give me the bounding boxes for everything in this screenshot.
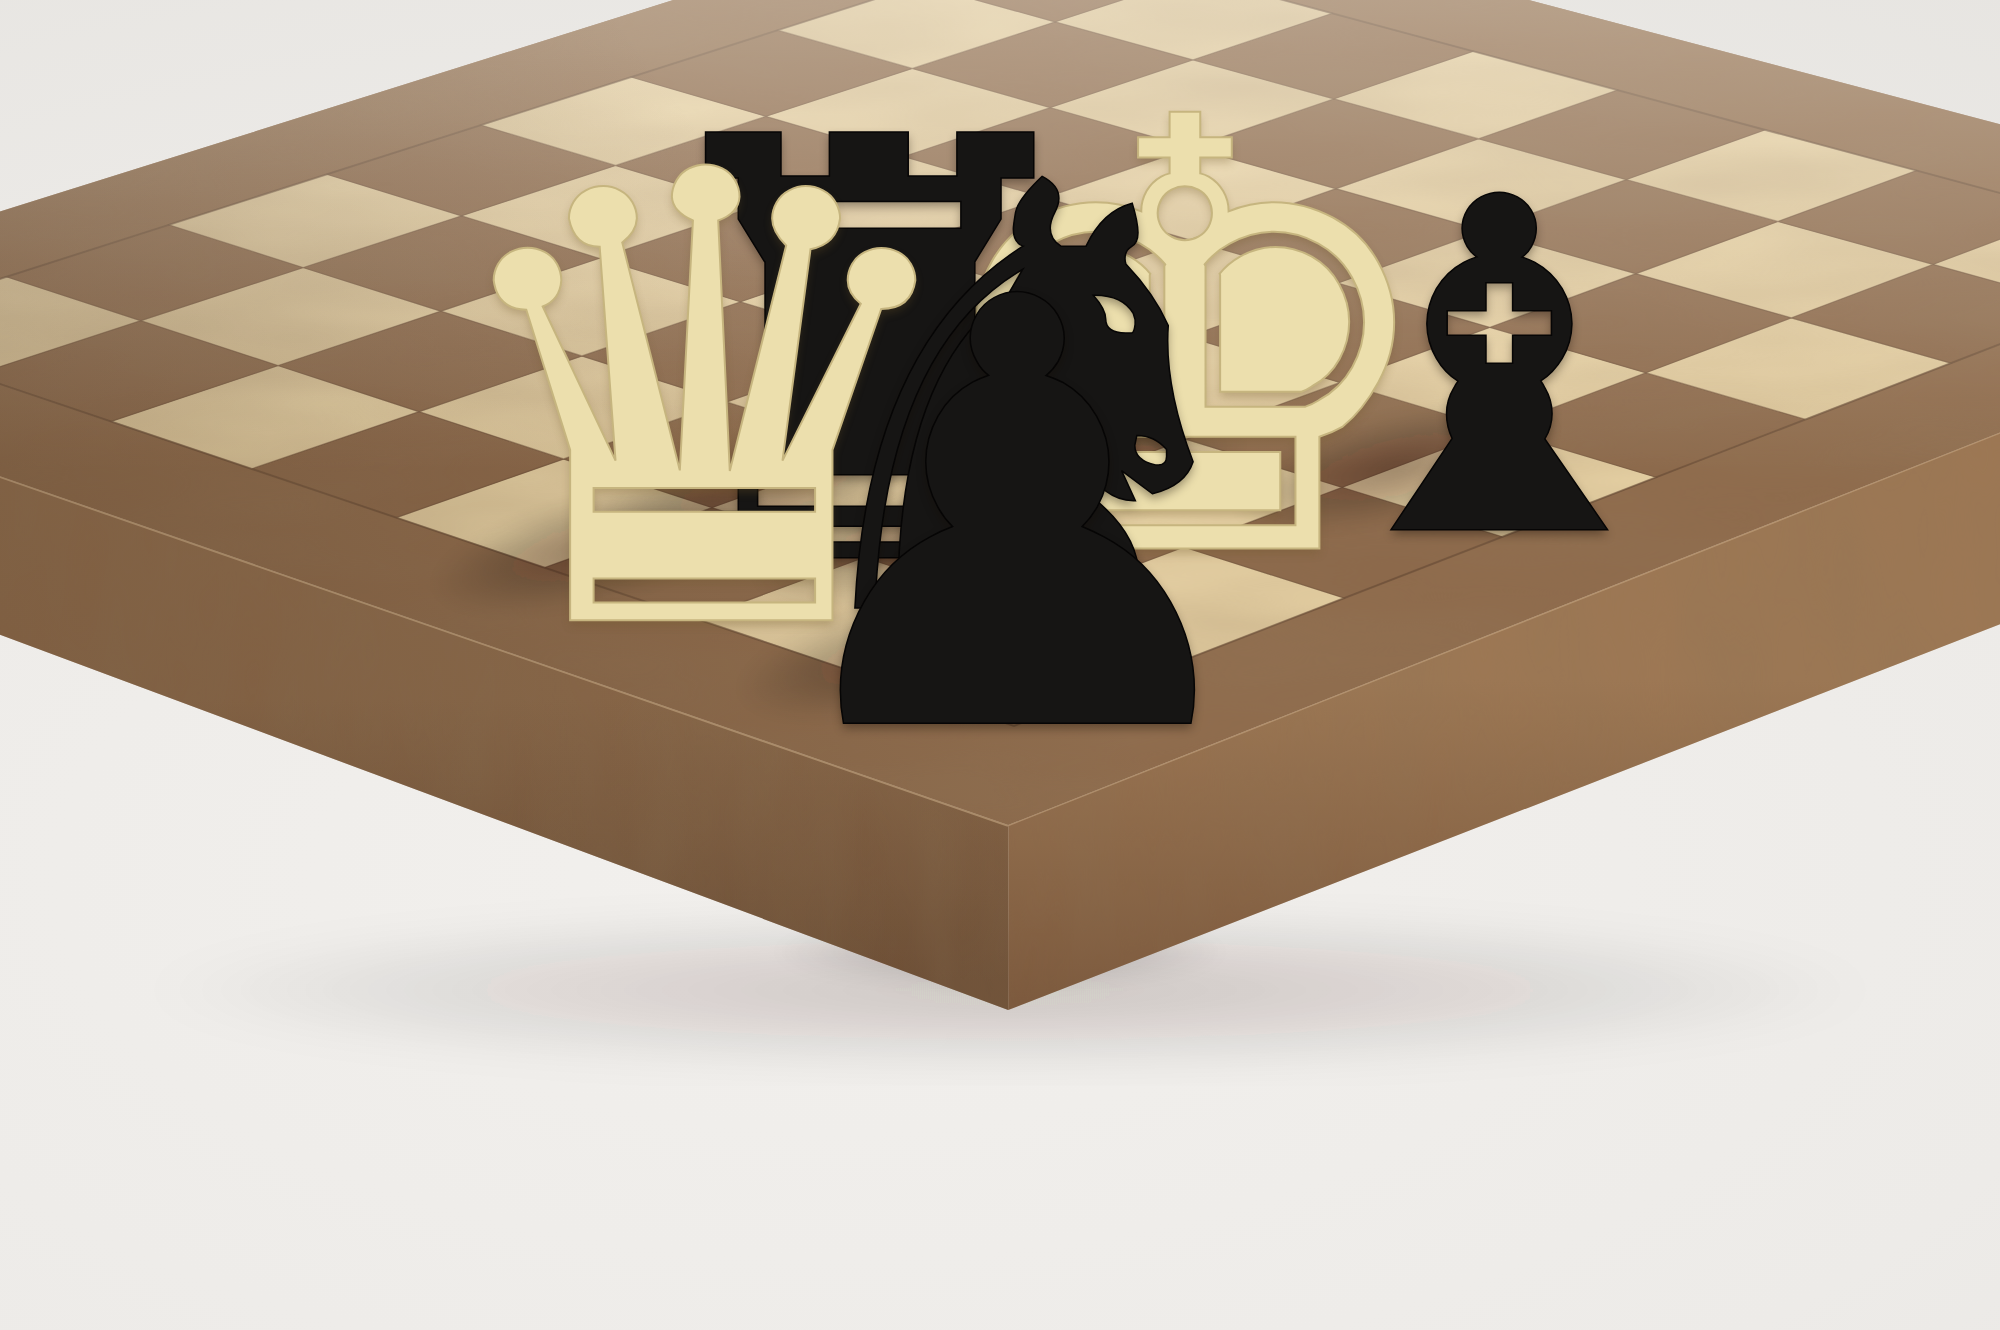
piece-black-pawn[interactable]: ♟ [753, 223, 1283, 814]
photo-stage: ♝♚♜♞♛♟ [0, 0, 2000, 1330]
